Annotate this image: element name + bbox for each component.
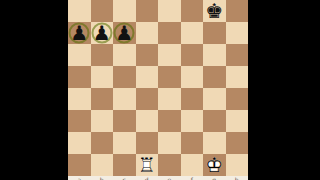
square-b7[interactable]: ♟ <box>91 22 114 44</box>
square-f2[interactable] <box>181 132 204 154</box>
square-a7[interactable]: ♟ <box>68 22 91 44</box>
black-pawn-a7-piece[interactable]: ♟ <box>68 22 91 44</box>
file-label-e: e <box>158 176 181 180</box>
square-c6[interactable] <box>113 44 136 66</box>
square-d2[interactable] <box>136 132 159 154</box>
square-e8[interactable] <box>158 0 181 22</box>
square-h7[interactable] <box>226 22 249 44</box>
square-f3[interactable] <box>181 110 204 132</box>
square-c7[interactable]: ♟ <box>113 22 136 44</box>
square-f8[interactable] <box>181 0 204 22</box>
board-squares: ♚♟♟♟♜♖♚♔ <box>68 0 248 176</box>
square-h5[interactable] <box>226 66 249 88</box>
square-d8[interactable] <box>136 0 159 22</box>
file-label-g: g <box>203 176 226 180</box>
highlight-circle-c7 <box>114 23 135 44</box>
white-king-piece[interactable]: ♚♔ <box>203 154 226 176</box>
square-c4[interactable] <box>113 88 136 110</box>
square-a6[interactable] <box>68 44 91 66</box>
square-e7[interactable] <box>158 22 181 44</box>
square-c2[interactable] <box>113 132 136 154</box>
square-d5[interactable] <box>136 66 159 88</box>
black-pawn-b7-glyph: ♟ <box>93 23 111 43</box>
black-pawn-b7-piece[interactable]: ♟ <box>91 22 114 44</box>
square-c8[interactable] <box>113 0 136 22</box>
black-pawn-c7-glyph: ♟ <box>115 23 133 43</box>
chess-app-screen: ♚♟♟♟♜♖♚♔ abcdefgh <box>0 0 320 180</box>
square-c1[interactable] <box>113 154 136 176</box>
file-coordinate-strip: abcdefgh <box>68 176 248 180</box>
square-h2[interactable] <box>226 132 249 154</box>
square-b1[interactable] <box>91 154 114 176</box>
square-e3[interactable] <box>158 110 181 132</box>
file-label-a: a <box>68 176 91 180</box>
square-a1[interactable] <box>68 154 91 176</box>
square-g3[interactable] <box>203 110 226 132</box>
square-e6[interactable] <box>158 44 181 66</box>
square-a5[interactable] <box>68 66 91 88</box>
square-g6[interactable] <box>203 44 226 66</box>
square-a3[interactable] <box>68 110 91 132</box>
square-a8[interactable] <box>68 0 91 22</box>
file-label-h: h <box>226 176 249 180</box>
highlight-circle-a7 <box>69 23 90 44</box>
square-b6[interactable] <box>91 44 114 66</box>
square-g1[interactable]: ♚♔ <box>203 154 226 176</box>
square-h1[interactable] <box>226 154 249 176</box>
file-label-f: f <box>181 176 204 180</box>
highlight-circle-b7 <box>91 23 112 44</box>
square-b4[interactable] <box>91 88 114 110</box>
chess-board: ♚♟♟♟♜♖♚♔ abcdefgh <box>68 0 248 180</box>
square-a4[interactable] <box>68 88 91 110</box>
square-b5[interactable] <box>91 66 114 88</box>
square-d1[interactable]: ♜♖ <box>136 154 159 176</box>
square-b3[interactable] <box>91 110 114 132</box>
square-h3[interactable] <box>226 110 249 132</box>
black-pawn-a7-glyph: ♟ <box>70 23 88 43</box>
white-rook-piece[interactable]: ♜♖ <box>136 154 159 176</box>
square-g8[interactable]: ♚ <box>203 0 226 22</box>
square-g5[interactable] <box>203 66 226 88</box>
square-h4[interactable] <box>226 88 249 110</box>
square-d4[interactable] <box>136 88 159 110</box>
square-d6[interactable] <box>136 44 159 66</box>
square-e4[interactable] <box>158 88 181 110</box>
file-label-b: b <box>91 176 114 180</box>
square-f6[interactable] <box>181 44 204 66</box>
square-b8[interactable] <box>91 0 114 22</box>
square-f7[interactable] <box>181 22 204 44</box>
white-king-outline: ♔ <box>205 155 223 175</box>
square-g2[interactable] <box>203 132 226 154</box>
square-d7[interactable] <box>136 22 159 44</box>
square-a2[interactable] <box>68 132 91 154</box>
file-label-d: d <box>136 176 159 180</box>
black-pawn-c7-piece[interactable]: ♟ <box>113 22 136 44</box>
square-g4[interactable] <box>203 88 226 110</box>
square-b2[interactable] <box>91 132 114 154</box>
square-e2[interactable] <box>158 132 181 154</box>
white-rook-fill: ♜ <box>138 155 156 175</box>
black-king-glyph: ♚ <box>205 1 223 21</box>
square-f4[interactable] <box>181 88 204 110</box>
black-king-piece[interactable]: ♚ <box>203 0 226 22</box>
square-h8[interactable] <box>226 0 249 22</box>
square-f1[interactable] <box>181 154 204 176</box>
square-c3[interactable] <box>113 110 136 132</box>
white-king-fill: ♚ <box>205 155 223 175</box>
square-e5[interactable] <box>158 66 181 88</box>
white-rook-outline: ♖ <box>138 155 156 175</box>
square-h6[interactable] <box>226 44 249 66</box>
square-d3[interactable] <box>136 110 159 132</box>
file-label-c: c <box>113 176 136 180</box>
square-e1[interactable] <box>158 154 181 176</box>
square-f5[interactable] <box>181 66 204 88</box>
square-g7[interactable] <box>203 22 226 44</box>
square-c5[interactable] <box>113 66 136 88</box>
